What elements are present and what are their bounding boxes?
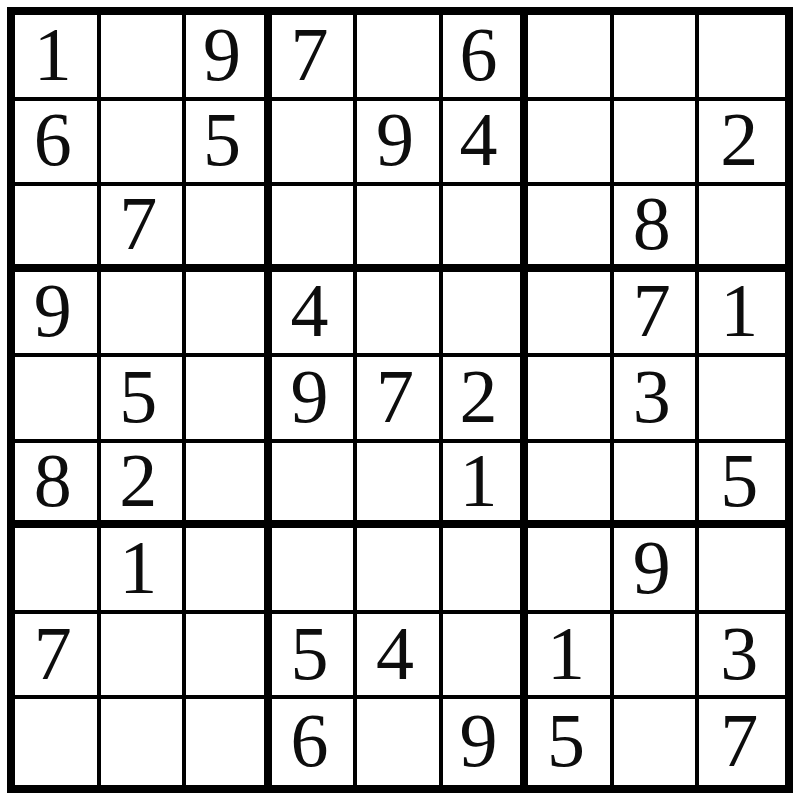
cell-r2c4[interactable] [272, 101, 358, 187]
given-digit: 8 [633, 186, 671, 261]
cell-r5c4[interactable]: 9 [272, 357, 358, 443]
given-digit: 3 [633, 358, 671, 434]
given-digit: 7 [34, 615, 72, 691]
cell-r8c7[interactable]: 1 [528, 614, 614, 700]
cell-r8c4[interactable]: 5 [272, 614, 358, 700]
cell-r4c9[interactable]: 1 [699, 272, 785, 358]
given-digit: 8 [34, 443, 72, 518]
given-digit: 7 [119, 186, 157, 261]
cell-r4c1[interactable]: 9 [15, 272, 101, 358]
cell-r6c4[interactable] [272, 443, 358, 529]
cell-r5c6[interactable]: 2 [443, 357, 529, 443]
cell-r9c8[interactable] [614, 699, 700, 785]
cell-r7c7[interactable] [528, 528, 614, 614]
cell-r4c3[interactable] [186, 272, 272, 358]
cell-r9c6[interactable]: 9 [443, 699, 529, 785]
cell-r2c8[interactable] [614, 101, 700, 187]
cell-r2c6[interactable]: 4 [443, 101, 529, 187]
cell-r1c7[interactable] [528, 15, 614, 101]
given-digit: 7 [633, 272, 671, 348]
given-digit: 1 [547, 615, 585, 691]
cell-r2c7[interactable] [528, 101, 614, 187]
given-digit: 1 [720, 272, 758, 348]
given-digit: 2 [119, 443, 157, 518]
cell-r2c3[interactable]: 5 [186, 101, 272, 187]
cell-r3c1[interactable] [15, 186, 101, 272]
cell-r7c5[interactable] [357, 528, 443, 614]
cell-r2c5[interactable]: 9 [357, 101, 443, 187]
given-digit: 9 [290, 358, 328, 434]
cell-r6c1[interactable]: 8 [15, 443, 101, 529]
given-digit: 7 [720, 702, 758, 778]
cell-r3c4[interactable] [272, 186, 358, 272]
given-digit: 9 [460, 702, 498, 778]
given-digit: 9 [633, 529, 671, 605]
given-digit: 5 [203, 101, 241, 177]
cell-r7c2[interactable]: 1 [101, 528, 187, 614]
cell-r6c8[interactable] [614, 443, 700, 529]
cell-r5c8[interactable]: 3 [614, 357, 700, 443]
cell-r9c7[interactable]: 5 [528, 699, 614, 785]
cell-r2c9[interactable]: 2 [699, 101, 785, 187]
cell-r4c5[interactable] [357, 272, 443, 358]
cell-r4c8[interactable]: 7 [614, 272, 700, 358]
given-digit: 1 [119, 529, 157, 605]
given-digit: 6 [34, 101, 72, 177]
cell-r9c1[interactable] [15, 699, 101, 785]
cell-r1c4[interactable]: 7 [272, 15, 358, 101]
cell-r4c6[interactable] [443, 272, 529, 358]
cell-r3c8[interactable]: 8 [614, 186, 700, 272]
given-digit: 4 [460, 101, 498, 177]
cell-r5c2[interactable]: 5 [101, 357, 187, 443]
cell-r8c8[interactable] [614, 614, 700, 700]
given-digit: 9 [376, 101, 414, 177]
cell-r8c1[interactable]: 7 [15, 614, 101, 700]
cell-r7c9[interactable] [699, 528, 785, 614]
cell-r3c5[interactable] [357, 186, 443, 272]
cell-r8c3[interactable] [186, 614, 272, 700]
cell-r3c9[interactable] [699, 186, 785, 272]
cell-r8c6[interactable] [443, 614, 529, 700]
cell-r1c1[interactable]: 1 [15, 15, 101, 101]
cell-r5c5[interactable]: 7 [357, 357, 443, 443]
cell-r5c9[interactable] [699, 357, 785, 443]
cell-r8c9[interactable]: 3 [699, 614, 785, 700]
given-digit: 4 [376, 615, 414, 691]
cell-r9c4[interactable]: 6 [272, 699, 358, 785]
cell-r7c4[interactable] [272, 528, 358, 614]
cell-r6c2[interactable]: 2 [101, 443, 187, 529]
cell-r9c9[interactable]: 7 [699, 699, 785, 785]
sudoku-puzzle-page: 19766594278947159723821519754136957 [0, 0, 800, 800]
given-digit: 7 [376, 358, 414, 434]
cell-r9c5[interactable] [357, 699, 443, 785]
cell-r1c3[interactable]: 9 [186, 15, 272, 101]
given-digit: 9 [203, 16, 241, 92]
cell-r4c4[interactable]: 4 [272, 272, 358, 358]
cell-r4c2[interactable] [101, 272, 187, 358]
given-digit: 5 [547, 702, 585, 778]
given-digit: 1 [460, 443, 498, 518]
given-digit: 2 [720, 101, 758, 177]
cell-r2c1[interactable]: 6 [15, 101, 101, 187]
given-digit: 3 [720, 615, 758, 691]
given-digit: 5 [119, 358, 157, 434]
cell-r9c3[interactable] [186, 699, 272, 785]
cell-r4c7[interactable] [528, 272, 614, 358]
cell-r3c3[interactable] [186, 186, 272, 272]
cell-r2c2[interactable] [101, 101, 187, 187]
cell-r6c3[interactable] [186, 443, 272, 529]
given-digit: 5 [290, 615, 328, 691]
given-digit: 6 [290, 702, 328, 778]
given-digit: 7 [290, 16, 328, 92]
cell-r8c5[interactable]: 4 [357, 614, 443, 700]
cell-r1c5[interactable] [357, 15, 443, 101]
cell-r9c2[interactable] [101, 699, 187, 785]
cell-r1c8[interactable] [614, 15, 700, 101]
cell-r3c7[interactable] [528, 186, 614, 272]
cell-r5c7[interactable] [528, 357, 614, 443]
cell-r8c2[interactable] [101, 614, 187, 700]
cell-r3c2[interactable]: 7 [101, 186, 187, 272]
cell-r1c6[interactable]: 6 [443, 15, 529, 101]
cell-r7c1[interactable] [15, 528, 101, 614]
cell-r7c3[interactable] [186, 528, 272, 614]
given-digit: 6 [460, 16, 498, 92]
sudoku-board: 19766594278947159723821519754136957 [7, 7, 793, 793]
cell-r3c6[interactable] [443, 186, 529, 272]
cell-r7c6[interactable] [443, 528, 529, 614]
cell-r1c2[interactable] [101, 15, 187, 101]
cell-r1c9[interactable] [699, 15, 785, 101]
cell-r6c5[interactable] [357, 443, 443, 529]
given-digit: 5 [720, 443, 758, 518]
cell-r6c9[interactable]: 5 [699, 443, 785, 529]
cell-r5c1[interactable] [15, 357, 101, 443]
given-digit: 1 [34, 16, 72, 92]
cell-r6c7[interactable] [528, 443, 614, 529]
given-digit: 9 [34, 272, 72, 348]
given-digit: 2 [460, 358, 498, 434]
cell-r6c6[interactable]: 1 [443, 443, 529, 529]
cell-r5c3[interactable] [186, 357, 272, 443]
cell-r7c8[interactable]: 9 [614, 528, 700, 614]
given-digit: 4 [290, 272, 328, 348]
